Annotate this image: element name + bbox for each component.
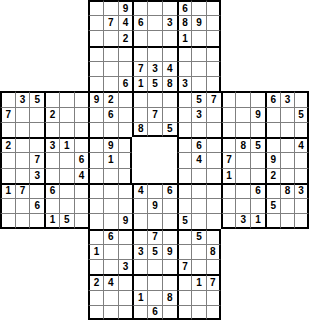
- given-digit: 1: [255, 215, 261, 225]
- given-digit: 4: [138, 186, 144, 196]
- sudoku-cell-r11c7[interactable]: [88, 152, 103, 167]
- sudoku-cell-r18c8[interactable]: [103, 259, 118, 274]
- sudoku-cell-r20c12: 8: [162, 290, 177, 305]
- sudoku-cell-r5c15[interactable]: [206, 61, 221, 76]
- outside-cell: [280, 0, 295, 15]
- given-digit: 8: [285, 186, 291, 196]
- sudoku-cell-r8c13[interactable]: [177, 107, 192, 122]
- sudoku-cell-r4c11[interactable]: [147, 46, 162, 61]
- sudoku-cell-r20c14[interactable]: [191, 290, 206, 305]
- sudoku-cell-r12c3: 3: [29, 168, 44, 183]
- sudoku-cell-r2c15[interactable]: [206, 15, 221, 30]
- sudoku-cell-r11c19: 9: [265, 152, 280, 167]
- sudoku-cell-r19c7: 2: [88, 274, 103, 289]
- sudoku-cell-r13c14[interactable]: [191, 183, 206, 198]
- outside-cell: [280, 274, 295, 289]
- outside-cell: [59, 30, 74, 45]
- sudoku-cell-r11c20[interactable]: [280, 152, 295, 167]
- sudoku-cell-r10c4: 3: [44, 137, 59, 152]
- given-digit: 5: [182, 216, 188, 226]
- sudoku-cell-r20c9[interactable]: [118, 290, 133, 305]
- sudoku-cell-r6c10: 1: [132, 76, 147, 91]
- outside-cell: [294, 15, 309, 30]
- sudoku-cell-r14c14[interactable]: [191, 198, 206, 213]
- outside-cell: [221, 305, 236, 320]
- outside-cell: [265, 76, 280, 91]
- sudoku-cell-r9c19[interactable]: [265, 122, 280, 137]
- sudoku-cell-r14c2[interactable]: [15, 198, 30, 213]
- sudoku-cell-r10c16[interactable]: [221, 137, 236, 152]
- given-digit: 3: [138, 247, 144, 257]
- sudoku-cell-r7c15: 7: [206, 91, 221, 106]
- sudoku-cell-r13c5[interactable]: [59, 183, 74, 198]
- sudoku-cell-r14c1[interactable]: [0, 198, 15, 213]
- sudoku-cell-r18c10[interactable]: [132, 259, 147, 274]
- sudoku-cell-r13c4: 6: [44, 183, 59, 198]
- given-digit: 6: [255, 186, 261, 196]
- sudoku-cell-r9c21[interactable]: [294, 122, 309, 137]
- sudoku-cell-r1c10[interactable]: [132, 0, 147, 15]
- sudoku-cell-r7c20: 3: [280, 91, 295, 106]
- outside-cell: [59, 61, 74, 76]
- sudoku-cell-r4c10[interactable]: [132, 46, 147, 61]
- sudoku-cell-r7c11[interactable]: [147, 91, 162, 106]
- sudoku-cell-r12c14[interactable]: [191, 168, 206, 183]
- given-digit: 3: [285, 95, 291, 105]
- sudoku-cell-r6c7[interactable]: [88, 76, 103, 91]
- sudoku-cell-r12c5[interactable]: [59, 168, 74, 183]
- sudoku-cell-r10c19[interactable]: [265, 137, 280, 152]
- sudoku-cell-r19c13[interactable]: [177, 274, 192, 289]
- given-digit: 3: [35, 171, 41, 181]
- sudoku-cell-r14c20[interactable]: [280, 198, 295, 213]
- sudoku-cell-r16c12[interactable]: [162, 229, 177, 244]
- given-digit: 4: [108, 278, 114, 288]
- given-digit: 8: [138, 124, 144, 134]
- sudoku-cell-r10c13[interactable]: [177, 137, 192, 152]
- sudoku-cell-r11c18[interactable]: [250, 152, 265, 167]
- outside-cell: [265, 46, 280, 61]
- sudoku-cell-r12c1[interactable]: [0, 168, 15, 183]
- sudoku-cell-r11c9[interactable]: [118, 152, 133, 167]
- sudoku-cell-r14c4[interactable]: [44, 198, 59, 213]
- given-digit: 9: [108, 141, 114, 151]
- sudoku-cell-r6c15[interactable]: [206, 76, 221, 91]
- sudoku-cell-r7c12[interactable]: [162, 91, 177, 106]
- sudoku-cell-r20c7[interactable]: [88, 290, 103, 305]
- sudoku-cell-r12c20[interactable]: [280, 168, 295, 183]
- sudoku-cell-r11c13[interactable]: [177, 152, 192, 167]
- given-digit: 2: [108, 95, 114, 105]
- sudoku-cell-r11c17[interactable]: [235, 152, 250, 167]
- sudoku-cell-r7c9[interactable]: [118, 91, 133, 106]
- sudoku-cell-r13c18: 6: [250, 183, 265, 198]
- sudoku-cell-r15c7[interactable]: [88, 213, 103, 228]
- sudoku-cell-r15c6[interactable]: [74, 213, 89, 228]
- sudoku-cell-r7c2: 3: [15, 91, 30, 106]
- given-digit: 3: [50, 141, 56, 151]
- sudoku-cell-r13c11[interactable]: [147, 183, 162, 198]
- sudoku-cell-r17c9[interactable]: [118, 244, 133, 259]
- sudoku-cell-r12c17[interactable]: [235, 168, 250, 183]
- center-hole-cell: [162, 168, 177, 183]
- sudoku-board: 9674638921734615833592576372673958523196…: [0, 0, 309, 320]
- sudoku-cell-r21c8[interactable]: [103, 305, 118, 320]
- outside-cell: [280, 30, 295, 45]
- sudoku-cell-r19c9[interactable]: [118, 274, 133, 289]
- sudoku-cell-r7c10[interactable]: [132, 91, 147, 106]
- sudoku-cell-r20c15[interactable]: [206, 290, 221, 305]
- given-digit: 6: [270, 95, 276, 105]
- outside-cell: [0, 0, 15, 15]
- sudoku-cell-r15c21[interactable]: [294, 213, 309, 228]
- sudoku-cell-r2c12: 3: [162, 15, 177, 30]
- given-digit: 6: [182, 4, 188, 14]
- sudoku-cell-r4c9[interactable]: [118, 46, 133, 61]
- sudoku-cell-r8c12[interactable]: [162, 107, 177, 122]
- outside-cell: [59, 259, 74, 274]
- sudoku-cell-r3c14[interactable]: [191, 30, 206, 45]
- outside-cell: [265, 244, 280, 259]
- sudoku-cell-r16c9[interactable]: [118, 229, 133, 244]
- sudoku-cell-r9c17[interactable]: [235, 122, 250, 137]
- sudoku-cell-r10c2[interactable]: [15, 137, 30, 152]
- outside-cell: [15, 46, 30, 61]
- sudoku-cell-r20c8[interactable]: [103, 290, 118, 305]
- sudoku-cell-r17c14[interactable]: [191, 244, 206, 259]
- sudoku-cell-r9c6[interactable]: [74, 122, 89, 137]
- given-digit: 3: [196, 110, 202, 120]
- sudoku-cell-r2c9: 4: [118, 15, 133, 30]
- sudoku-cell-r3c12[interactable]: [162, 30, 177, 45]
- sudoku-cell-r11c5[interactable]: [59, 152, 74, 167]
- outside-cell: [59, 76, 74, 91]
- given-digit: 7: [138, 64, 144, 74]
- outside-cell: [221, 0, 236, 15]
- sudoku-cell-r4c14[interactable]: [191, 46, 206, 61]
- sudoku-cell-r15c8[interactable]: [103, 213, 118, 228]
- sudoku-cell-r6c14[interactable]: [191, 76, 206, 91]
- sudoku-cell-r16c13[interactable]: [177, 229, 192, 244]
- sudoku-cell-r16c8: 6: [103, 229, 118, 244]
- sudoku-cell-r12c7[interactable]: [88, 168, 103, 183]
- sudoku-cell-r9c15[interactable]: [206, 122, 221, 137]
- sudoku-cell-r12c13[interactable]: [177, 168, 192, 183]
- sudoku-cell-r15c10[interactable]: [132, 213, 147, 228]
- sudoku-cell-r9c10: 8: [132, 122, 147, 137]
- sudoku-cell-r2c11[interactable]: [147, 15, 162, 30]
- sudoku-cell-r9c5[interactable]: [59, 122, 74, 137]
- outside-cell: [0, 274, 15, 289]
- sudoku-cell-r8c20[interactable]: [280, 107, 295, 122]
- sudoku-cell-r13c19[interactable]: [265, 183, 280, 198]
- sudoku-cell-r13c2: 7: [15, 183, 30, 198]
- sudoku-cell-r8c19[interactable]: [265, 107, 280, 122]
- sudoku-cell-r17c8[interactable]: [103, 244, 118, 259]
- outside-cell: [29, 61, 44, 76]
- sudoku-cell-r5c13[interactable]: [177, 61, 192, 76]
- sudoku-cell-r1c8[interactable]: [103, 0, 118, 15]
- sudoku-cell-r8c3[interactable]: [29, 107, 44, 122]
- sudoku-cell-r11c2[interactable]: [15, 152, 30, 167]
- sudoku-cell-r4c12[interactable]: [162, 46, 177, 61]
- sudoku-cell-r14c8[interactable]: [103, 198, 118, 213]
- given-digit: 6: [152, 307, 158, 317]
- outside-cell: [221, 61, 236, 76]
- given-digit: 4: [167, 64, 173, 74]
- sudoku-cell-r18c15[interactable]: [206, 259, 221, 274]
- sudoku-cell-r14c6[interactable]: [74, 198, 89, 213]
- outside-cell: [59, 46, 74, 61]
- sudoku-cell-r3c13: 1: [177, 30, 192, 45]
- outside-cell: [221, 30, 236, 45]
- sudoku-cell-r14c17[interactable]: [235, 198, 250, 213]
- sudoku-cell-r7c4[interactable]: [44, 91, 59, 106]
- sudoku-cell-r9c20[interactable]: [280, 122, 295, 137]
- sudoku-cell-r12c8[interactable]: [103, 168, 118, 183]
- sudoku-cell-r19c10[interactable]: [132, 274, 147, 289]
- sudoku-cell-r21c10[interactable]: [132, 305, 147, 320]
- given-digit: 6: [196, 141, 202, 151]
- sudoku-cell-r6c13: 3: [177, 76, 192, 91]
- sudoku-cell-r10c18: 5: [250, 137, 265, 152]
- sudoku-cell-r12c4[interactable]: [44, 168, 59, 183]
- sudoku-cell-r9c9[interactable]: [118, 122, 133, 137]
- sudoku-cell-r15c15[interactable]: [206, 213, 221, 228]
- sudoku-cell-r3c10[interactable]: [132, 30, 147, 45]
- outside-cell: [59, 229, 74, 244]
- sudoku-cell-r11c21[interactable]: [294, 152, 309, 167]
- sudoku-cell-r20c13[interactable]: [177, 290, 192, 305]
- outside-cell: [250, 61, 265, 76]
- sudoku-cell-r15c3[interactable]: [29, 213, 44, 228]
- sudoku-cell-r1c7[interactable]: [88, 0, 103, 15]
- sudoku-cell-r15c12[interactable]: [162, 213, 177, 228]
- sudoku-cell-r13c13[interactable]: [177, 183, 192, 198]
- sudoku-cell-r12c21[interactable]: [294, 168, 309, 183]
- sudoku-cell-r15c2[interactable]: [15, 213, 30, 228]
- sudoku-cell-r12c15[interactable]: [206, 168, 221, 183]
- outside-cell: [0, 305, 15, 320]
- sudoku-cell-r9c3[interactable]: [29, 122, 44, 137]
- outside-cell: [221, 274, 236, 289]
- sudoku-cell-r10c7[interactable]: [88, 137, 103, 152]
- sudoku-cell-r13c3[interactable]: [29, 183, 44, 198]
- outside-cell: [74, 290, 89, 305]
- sudoku-cell-r14c12[interactable]: [162, 198, 177, 213]
- sudoku-cell-r8c17[interactable]: [235, 107, 250, 122]
- sudoku-cell-r7c5[interactable]: [59, 91, 74, 106]
- sudoku-cell-r11c4[interactable]: [44, 152, 59, 167]
- sudoku-cell-r8c15[interactable]: [206, 107, 221, 122]
- sudoku-cell-r19c14: 1: [191, 274, 206, 289]
- sudoku-cell-r13c9[interactable]: [118, 183, 133, 198]
- sudoku-cell-r4c13[interactable]: [177, 46, 192, 61]
- sudoku-cell-r14c13[interactable]: [177, 198, 192, 213]
- sudoku-cell-r9c13[interactable]: [177, 122, 192, 137]
- outside-cell: [280, 61, 295, 76]
- outside-cell: [15, 61, 30, 76]
- sudoku-cell-r15c1[interactable]: [0, 213, 15, 228]
- given-digit: 6: [50, 186, 56, 196]
- sudoku-cell-r21c13[interactable]: [177, 305, 192, 320]
- sudoku-cell-r13c6[interactable]: [74, 183, 89, 198]
- given-digit: 1: [64, 141, 70, 151]
- sudoku-cell-r7c21[interactable]: [294, 91, 309, 106]
- sudoku-cell-r1c13: 6: [177, 0, 192, 15]
- sudoku-cell-r9c18[interactable]: [250, 122, 265, 137]
- given-digit: 7: [152, 232, 158, 242]
- outside-cell: [250, 290, 265, 305]
- sudoku-cell-r12c18[interactable]: [250, 168, 265, 183]
- sudoku-cell-r10c5: 1: [59, 137, 74, 152]
- sudoku-cell-r16c10[interactable]: [132, 229, 147, 244]
- sudoku-cell-r2c14: 9: [191, 15, 206, 30]
- sudoku-cell-r8c18: 9: [250, 107, 265, 122]
- given-digit: 4: [196, 155, 202, 165]
- sudoku-cell-r9c8[interactable]: [103, 122, 118, 137]
- sudoku-cell-r9c1[interactable]: [0, 122, 15, 137]
- sudoku-cell-r13c15[interactable]: [206, 183, 221, 198]
- sudoku-cell-r10c20[interactable]: [280, 137, 295, 152]
- sudoku-cell-r4c7[interactable]: [88, 46, 103, 61]
- sudoku-cell-r13c16[interactable]: [221, 183, 236, 198]
- sudoku-cell-r8c14: 3: [191, 107, 206, 122]
- sudoku-cell-r15c16[interactable]: [221, 213, 236, 228]
- outside-cell: [265, 259, 280, 274]
- sudoku-cell-r18c7[interactable]: [88, 259, 103, 274]
- sudoku-cell-r10c15[interactable]: [206, 137, 221, 152]
- sudoku-cell-r5c8[interactable]: [103, 61, 118, 76]
- sudoku-cell-r14c5[interactable]: [59, 198, 74, 213]
- sudoku-cell-r18c14[interactable]: [191, 259, 206, 274]
- sudoku-cell-r21c15[interactable]: [206, 305, 221, 320]
- outside-cell: [294, 61, 309, 76]
- sudoku-cell-r7c17[interactable]: [235, 91, 250, 106]
- sudoku-cell-r14c21[interactable]: [294, 198, 309, 213]
- sudoku-cell-r13c17[interactable]: [235, 183, 250, 198]
- sudoku-cell-r11c15[interactable]: [206, 152, 221, 167]
- sudoku-cell-r14c15[interactable]: [206, 198, 221, 213]
- sudoku-cell-r14c9[interactable]: [118, 198, 133, 213]
- sudoku-cell-r10c9[interactable]: [118, 137, 133, 152]
- sudoku-cell-r15c20[interactable]: [280, 213, 295, 228]
- sudoku-cell-r20c11[interactable]: [147, 290, 162, 305]
- sudoku-cell-r18c12[interactable]: [162, 259, 177, 274]
- sudoku-cell-r14c18[interactable]: [250, 198, 265, 213]
- outside-cell: [74, 244, 89, 259]
- sudoku-cell-r4c8[interactable]: [103, 46, 118, 61]
- sudoku-cell-r7c1[interactable]: [0, 91, 15, 106]
- given-digit: 5: [196, 95, 202, 105]
- sudoku-cell-r3c11[interactable]: [147, 30, 162, 45]
- sudoku-cell-r1c15[interactable]: [206, 0, 221, 15]
- sudoku-cell-r21c12[interactable]: [162, 305, 177, 320]
- sudoku-cell-r3c15[interactable]: [206, 30, 221, 45]
- sudoku-cell-r13c12: 6: [162, 183, 177, 198]
- sudoku-cell-r8c10[interactable]: [132, 107, 147, 122]
- outside-cell: [294, 76, 309, 91]
- sudoku-cell-r12c2[interactable]: [15, 168, 30, 183]
- sudoku-cell-r8c2[interactable]: [15, 107, 30, 122]
- sudoku-cell-r5c7[interactable]: [88, 61, 103, 76]
- sudoku-cell-r18c11[interactable]: [147, 259, 162, 274]
- sudoku-cell-r1c11[interactable]: [147, 0, 162, 15]
- sudoku-cell-r3c7[interactable]: [88, 30, 103, 45]
- sudoku-cell-r3c8[interactable]: [103, 30, 118, 45]
- sudoku-cell-r9c14[interactable]: [191, 122, 206, 137]
- sudoku-cell-r21c7[interactable]: [88, 305, 103, 320]
- sudoku-cell-r5c12: 4: [162, 61, 177, 76]
- outside-cell: [265, 290, 280, 305]
- sudoku-cell-r8c9[interactable]: [118, 107, 133, 122]
- sudoku-cell-r13c8[interactable]: [103, 183, 118, 198]
- sudoku-cell-r7c13[interactable]: [177, 91, 192, 106]
- sudoku-cell-r14c3: 6: [29, 198, 44, 213]
- sudoku-cell-r15c5: 5: [59, 213, 74, 228]
- sudoku-cell-r9c7[interactable]: [88, 122, 103, 137]
- outside-cell: [44, 15, 59, 30]
- sudoku-cell-r9c4[interactable]: [44, 122, 59, 137]
- sudoku-cell-r11c1[interactable]: [0, 152, 15, 167]
- sudoku-cell-r15c11[interactable]: [147, 213, 162, 228]
- sudoku-cell-r19c12[interactable]: [162, 274, 177, 289]
- outside-cell: [221, 46, 236, 61]
- sudoku-cell-r8c5[interactable]: [59, 107, 74, 122]
- outside-cell: [29, 0, 44, 15]
- outside-cell: [235, 61, 250, 76]
- sudoku-cell-r8c16[interactable]: [221, 107, 236, 122]
- sudoku-cell-r19c11[interactable]: [147, 274, 162, 289]
- sudoku-cell-r21c14[interactable]: [191, 305, 206, 320]
- sudoku-cell-r4c15[interactable]: [206, 46, 221, 61]
- given-digit: 2: [50, 110, 56, 120]
- given-digit: 9: [152, 201, 158, 211]
- sudoku-cell-r6c8[interactable]: [103, 76, 118, 91]
- sudoku-cell-r9c2[interactable]: [15, 122, 30, 137]
- sudoku-cell-r10c6[interactable]: [74, 137, 89, 152]
- sudoku-cell-r5c9[interactable]: [118, 61, 133, 76]
- sudoku-cell-r13c7[interactable]: [88, 183, 103, 198]
- center-hole-cell: [132, 152, 147, 167]
- sudoku-cell-r12c9[interactable]: [118, 168, 133, 183]
- sudoku-cell-r16c15[interactable]: [206, 229, 221, 244]
- sudoku-cell-r8c7[interactable]: [88, 107, 103, 122]
- sudoku-cell-r7c16[interactable]: [221, 91, 236, 106]
- sudoku-cell-r7c18[interactable]: [250, 91, 265, 106]
- sudoku-cell-r14c7[interactable]: [88, 198, 103, 213]
- sudoku-cell-r14c16[interactable]: [221, 198, 236, 213]
- sudoku-cell-r9c11[interactable]: [147, 122, 162, 137]
- sudoku-cell-r1c12[interactable]: [162, 0, 177, 15]
- sudoku-cell-r10c3[interactable]: [29, 137, 44, 152]
- sudoku-cell-r9c16[interactable]: [221, 122, 236, 137]
- sudoku-cell-r15c19[interactable]: [265, 213, 280, 228]
- sudoku-cell-r1c14[interactable]: [191, 0, 206, 15]
- sudoku-cell-r17c13[interactable]: [177, 244, 192, 259]
- sudoku-cell-r5c14[interactable]: [191, 61, 206, 76]
- sudoku-cell-r16c7[interactable]: [88, 229, 103, 244]
- sudoku-cell-r7c6[interactable]: [74, 91, 89, 106]
- sudoku-cell-r14c10[interactable]: [132, 198, 147, 213]
- given-digit: 5: [196, 232, 202, 242]
- sudoku-cell-r15c14[interactable]: [191, 213, 206, 228]
- sudoku-cell-r21c9[interactable]: [118, 305, 133, 320]
- sudoku-cell-r2c7[interactable]: [88, 15, 103, 30]
- outside-cell: [265, 274, 280, 289]
- sudoku-cell-r8c6[interactable]: [74, 107, 89, 122]
- outside-cell: [59, 305, 74, 320]
